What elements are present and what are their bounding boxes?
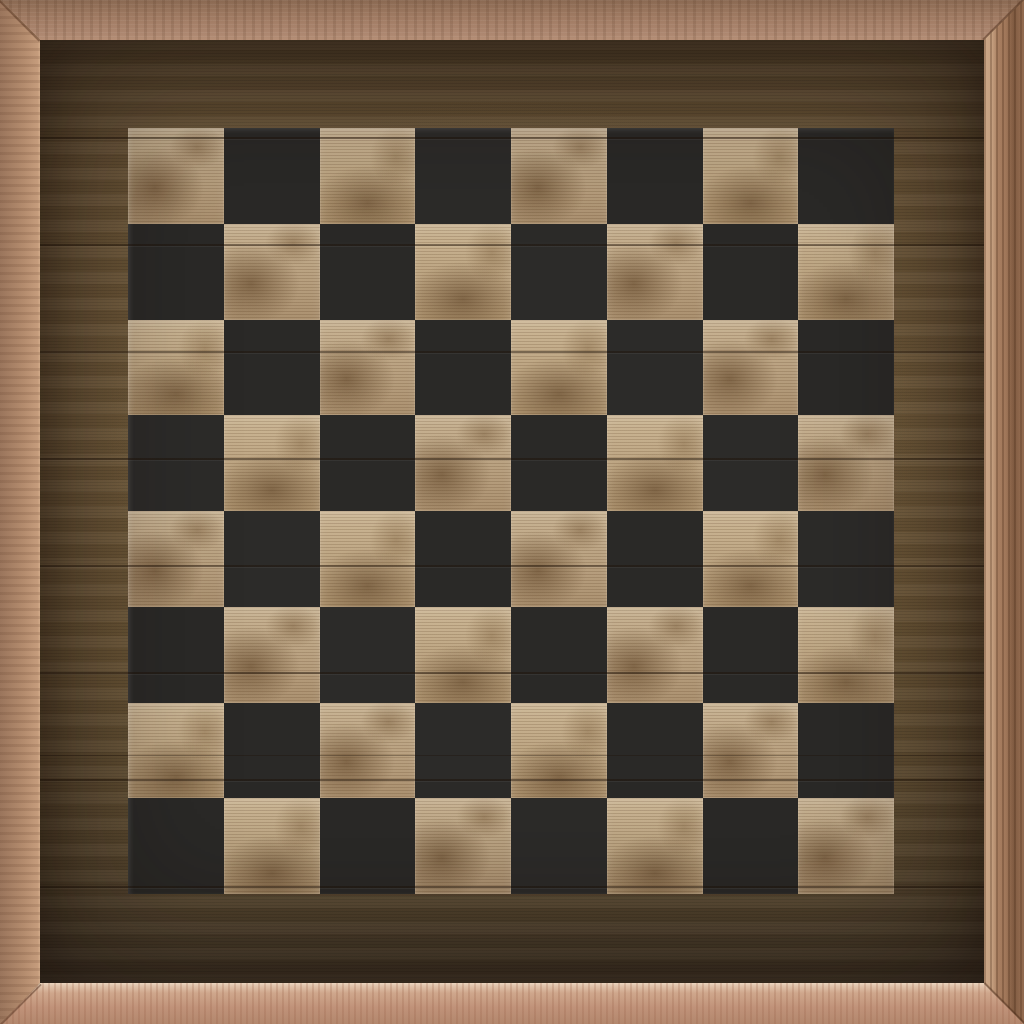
square-f6[interactable] (607, 320, 703, 416)
square-h4[interactable] (798, 511, 894, 607)
square-b5[interactable] (224, 415, 320, 511)
square-g1[interactable] (703, 798, 799, 894)
square-b7[interactable] (224, 224, 320, 320)
square-b1[interactable] (224, 798, 320, 894)
square-b6[interactable] (224, 320, 320, 416)
square-e6[interactable] (511, 320, 607, 416)
square-g3[interactable] (703, 607, 799, 703)
square-a4[interactable] (128, 511, 224, 607)
square-e7[interactable] (511, 224, 607, 320)
square-d1[interactable] (415, 798, 511, 894)
square-d6[interactable] (415, 320, 511, 416)
square-h6[interactable] (798, 320, 894, 416)
frame-left (0, 0, 40, 1024)
square-d3[interactable] (415, 607, 511, 703)
square-a6[interactable] (128, 320, 224, 416)
square-a2[interactable] (128, 703, 224, 799)
board-photo (0, 0, 1024, 1024)
square-d5[interactable] (415, 415, 511, 511)
square-h7[interactable] (798, 224, 894, 320)
square-a7[interactable] (128, 224, 224, 320)
miter-seam-bottom-left (0, 984, 42, 1024)
square-a1[interactable] (128, 798, 224, 894)
checkerboard (128, 128, 894, 894)
square-b4[interactable] (224, 511, 320, 607)
square-f8[interactable] (607, 128, 703, 224)
square-f2[interactable] (607, 703, 703, 799)
square-c5[interactable] (320, 415, 416, 511)
square-b8[interactable] (224, 128, 320, 224)
square-g2[interactable] (703, 703, 799, 799)
square-c1[interactable] (320, 798, 416, 894)
frame-top (0, 0, 1024, 40)
square-g4[interactable] (703, 511, 799, 607)
square-e4[interactable] (511, 511, 607, 607)
square-d4[interactable] (415, 511, 511, 607)
miter-seam-bottom-right (984, 982, 1024, 1024)
frame-right (984, 0, 1024, 1024)
square-a8[interactable] (128, 128, 224, 224)
miter-seam-top-right (982, 0, 1024, 40)
square-g8[interactable] (703, 128, 799, 224)
square-e1[interactable] (511, 798, 607, 894)
square-h3[interactable] (798, 607, 894, 703)
square-h5[interactable] (798, 415, 894, 511)
square-e8[interactable] (511, 128, 607, 224)
square-f7[interactable] (607, 224, 703, 320)
square-c6[interactable] (320, 320, 416, 416)
frame-bottom (0, 983, 1024, 1024)
square-f5[interactable] (607, 415, 703, 511)
square-d7[interactable] (415, 224, 511, 320)
square-a5[interactable] (128, 415, 224, 511)
square-h2[interactable] (798, 703, 894, 799)
square-g7[interactable] (703, 224, 799, 320)
square-b3[interactable] (224, 607, 320, 703)
square-c2[interactable] (320, 703, 416, 799)
square-h8[interactable] (798, 128, 894, 224)
square-e2[interactable] (511, 703, 607, 799)
square-d8[interactable] (415, 128, 511, 224)
square-c3[interactable] (320, 607, 416, 703)
square-b2[interactable] (224, 703, 320, 799)
square-f3[interactable] (607, 607, 703, 703)
square-e3[interactable] (511, 607, 607, 703)
square-f1[interactable] (607, 798, 703, 894)
square-d2[interactable] (415, 703, 511, 799)
square-a3[interactable] (128, 607, 224, 703)
square-g6[interactable] (703, 320, 799, 416)
square-f4[interactable] (607, 511, 703, 607)
square-e5[interactable] (511, 415, 607, 511)
square-c7[interactable] (320, 224, 416, 320)
square-g5[interactable] (703, 415, 799, 511)
square-c4[interactable] (320, 511, 416, 607)
square-h1[interactable] (798, 798, 894, 894)
miter-seam-top-left (0, 0, 40, 42)
square-c8[interactable] (320, 128, 416, 224)
